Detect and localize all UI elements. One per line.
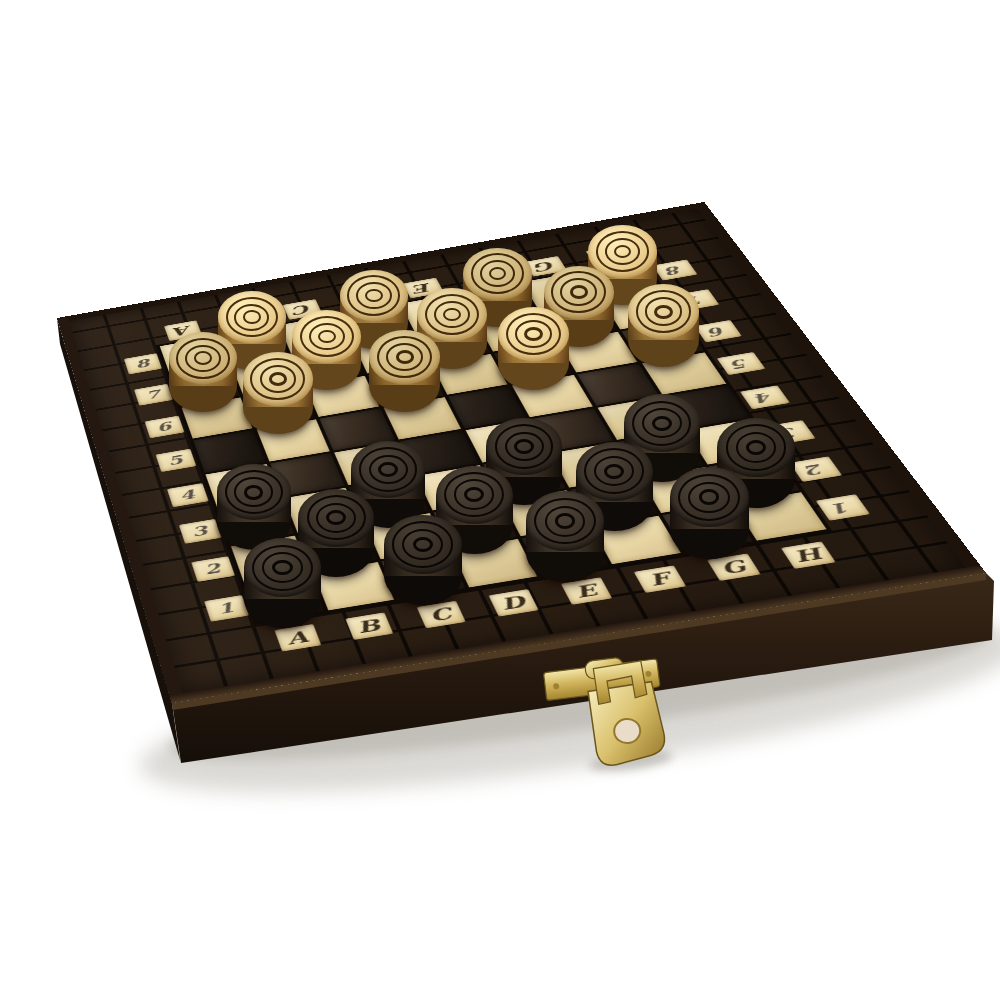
- piece-light-h6[interactable]: [628, 284, 700, 367]
- piece-ring: [413, 537, 433, 552]
- piece-ring: [318, 330, 336, 344]
- piece-ring: [243, 310, 261, 323]
- piece-top-face: [498, 307, 569, 361]
- piece-light-d6[interactable]: [369, 330, 440, 412]
- piece-ring: [378, 462, 397, 477]
- clasp: [543, 652, 674, 779]
- piece-dark-a3[interactable]: [217, 464, 291, 550]
- piece-dark-g1[interactable]: [670, 467, 749, 559]
- piece-ring: [272, 560, 292, 575]
- piece-ring: [570, 285, 588, 299]
- piece-ring: [269, 372, 287, 386]
- piece-ring: [443, 308, 461, 322]
- piece-top-face: [369, 330, 440, 384]
- piece-ring: [604, 464, 624, 479]
- piece-ring: [396, 350, 414, 364]
- piece-ring: [514, 439, 534, 454]
- piece-top-face: [670, 467, 749, 527]
- piece-ring: [194, 351, 212, 365]
- piece-ring: [652, 416, 672, 431]
- piece-top-face: [244, 538, 322, 597]
- piece-top-face: [243, 352, 313, 405]
- piece-light-a7[interactable]: [169, 332, 238, 412]
- piece-top-face: [628, 284, 700, 338]
- piece-top-face: [384, 515, 462, 574]
- piece-light-b6[interactable]: [243, 352, 313, 433]
- piece-ring: [365, 289, 383, 302]
- piece-ring: [524, 327, 542, 341]
- piece-dark-a1[interactable]: [244, 538, 322, 628]
- piece-light-f6[interactable]: [498, 307, 569, 389]
- piece-dark-e1[interactable]: [526, 491, 605, 582]
- piece-top-face: [526, 491, 605, 551]
- piece-ring: [244, 485, 263, 500]
- piece-top-face: [217, 464, 291, 520]
- piece-ring: [654, 305, 673, 319]
- piece-ring: [555, 513, 575, 529]
- piece-dark-c1[interactable]: [384, 515, 462, 606]
